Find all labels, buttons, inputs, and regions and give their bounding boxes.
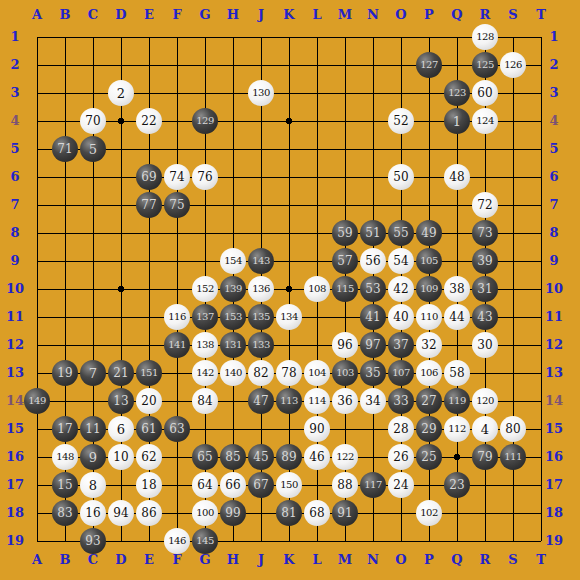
- row-label-left-6: 6: [2, 169, 28, 185]
- stone-O14-move-33[interactable]: 33: [388, 388, 414, 414]
- stone-J16-move-45[interactable]: 45: [248, 444, 274, 470]
- stone-K11-move-134[interactable]: 134: [276, 304, 302, 330]
- stone-N9-move-56[interactable]: 56: [360, 248, 386, 274]
- stone-A14-move-149[interactable]: 149: [24, 388, 50, 414]
- stone-F15-move-63[interactable]: 63: [164, 416, 190, 442]
- stone-K16-move-89[interactable]: 89: [276, 444, 302, 470]
- stone-J11-move-135[interactable]: 135: [248, 304, 274, 330]
- stone-F7-move-75[interactable]: 75: [164, 192, 190, 218]
- stone-Q10-move-38[interactable]: 38: [444, 276, 470, 302]
- stone-G17-move-64[interactable]: 64: [192, 472, 218, 498]
- stone-G14-move-84[interactable]: 84: [192, 388, 218, 414]
- stone-R16-move-79[interactable]: 79: [472, 444, 498, 470]
- stone-D16-move-10[interactable]: 10: [108, 444, 134, 470]
- stone-J14-move-47[interactable]: 47: [248, 388, 274, 414]
- stone-H10-move-139[interactable]: 139: [220, 276, 246, 302]
- row-label-right-11: 11: [541, 309, 567, 325]
- stone-G6-move-76[interactable]: 76: [192, 164, 218, 190]
- row-label-left-16: 16: [2, 449, 28, 465]
- stone-N12-move-97[interactable]: 97: [360, 332, 386, 358]
- col-label-bottom-H: H: [220, 552, 246, 568]
- col-label-bottom-C: C: [80, 552, 106, 568]
- stone-R1-move-128[interactable]: 128: [472, 24, 498, 50]
- stone-E15-move-61[interactable]: 61: [136, 416, 162, 442]
- stone-S16-move-111[interactable]: 111: [500, 444, 526, 470]
- row-label-right-4: 4: [541, 113, 567, 129]
- stone-R10-move-31[interactable]: 31: [472, 276, 498, 302]
- row-label-right-16: 16: [541, 449, 567, 465]
- stone-E4-move-22[interactable]: 22: [136, 108, 162, 134]
- stone-D14-move-13[interactable]: 13: [108, 388, 134, 414]
- col-label-bottom-E: E: [136, 552, 162, 568]
- col-label-top-M: M: [332, 7, 358, 23]
- stone-Q15-move-112[interactable]: 112: [444, 416, 470, 442]
- row-label-left-5: 5: [2, 141, 28, 157]
- stone-B18-move-83[interactable]: 83: [52, 500, 78, 526]
- stone-P9-move-105[interactable]: 105: [416, 248, 442, 274]
- stone-O8-move-55[interactable]: 55: [388, 220, 414, 246]
- stone-C15-move-11[interactable]: 11: [80, 416, 106, 442]
- stone-O9-move-54[interactable]: 54: [388, 248, 414, 274]
- stone-L15-move-90[interactable]: 90: [304, 416, 330, 442]
- stone-Q17-move-23[interactable]: 23: [444, 472, 470, 498]
- col-label-bottom-R: R: [472, 552, 498, 568]
- stone-O16-move-26[interactable]: 26: [388, 444, 414, 470]
- stone-J3-move-130[interactable]: 130: [248, 80, 274, 106]
- row-label-left-7: 7: [2, 197, 28, 213]
- row-label-right-5: 5: [541, 141, 567, 157]
- stone-E18-move-86[interactable]: 86: [136, 500, 162, 526]
- stone-B17-move-15[interactable]: 15: [52, 472, 78, 498]
- col-label-bottom-L: L: [304, 552, 330, 568]
- col-label-top-D: D: [108, 7, 134, 23]
- star-point-D10: [118, 286, 124, 292]
- col-label-top-Q: Q: [444, 7, 470, 23]
- stone-B16-move-148[interactable]: 148: [52, 444, 78, 470]
- col-label-top-G: G: [192, 7, 218, 23]
- row-label-left-15: 15: [2, 421, 28, 437]
- stone-L14-move-114[interactable]: 114: [304, 388, 330, 414]
- row-label-right-14: 14: [541, 393, 567, 409]
- stone-J10-move-136[interactable]: 136: [248, 276, 274, 302]
- stone-E6-move-69[interactable]: 69: [136, 164, 162, 190]
- go-board-diagram: AABBCCDDEEFFGGHHJJKKLLMMNNOOPPQQRRSSTT11…: [0, 0, 580, 580]
- stone-M10-move-115[interactable]: 115: [332, 276, 358, 302]
- row-label-right-9: 9: [541, 253, 567, 269]
- stone-S2-move-126[interactable]: 126: [500, 52, 526, 78]
- row-label-left-3: 3: [2, 85, 28, 101]
- stone-C4-move-70[interactable]: 70: [80, 108, 106, 134]
- col-label-bottom-A: A: [24, 552, 50, 568]
- stone-P13-move-106[interactable]: 106: [416, 360, 442, 386]
- stone-G12-move-138[interactable]: 138: [192, 332, 218, 358]
- row-label-right-7: 7: [541, 197, 567, 213]
- stone-P14-move-27[interactable]: 27: [416, 388, 442, 414]
- stone-R8-move-73[interactable]: 73: [472, 220, 498, 246]
- stone-H13-move-140[interactable]: 140: [220, 360, 246, 386]
- star-point-K4: [286, 118, 292, 124]
- stone-F6-move-74[interactable]: 74: [164, 164, 190, 190]
- stone-K17-move-150[interactable]: 150: [276, 472, 302, 498]
- stone-R4-move-124[interactable]: 124: [472, 108, 498, 134]
- stone-E7-move-77[interactable]: 77: [136, 192, 162, 218]
- col-label-bottom-M: M: [332, 552, 358, 568]
- stone-G18-move-100[interactable]: 100: [192, 500, 218, 526]
- stone-R7-move-72[interactable]: 72: [472, 192, 498, 218]
- col-label-top-T: T: [528, 7, 554, 23]
- stone-B5-move-71[interactable]: 71: [52, 136, 78, 162]
- row-label-left-4: 4: [2, 113, 28, 129]
- stone-L10-move-108[interactable]: 108: [304, 276, 330, 302]
- stone-G19-move-145[interactable]: 145: [192, 528, 218, 554]
- row-label-left-11: 11: [2, 309, 28, 325]
- stone-M9-move-57[interactable]: 57: [332, 248, 358, 274]
- stone-O10-move-42[interactable]: 42: [388, 276, 414, 302]
- stone-C18-move-16[interactable]: 16: [80, 500, 106, 526]
- stone-N11-move-41[interactable]: 41: [360, 304, 386, 330]
- stone-J17-move-67[interactable]: 67: [248, 472, 274, 498]
- row-label-right-6: 6: [541, 169, 567, 185]
- stone-N13-move-35[interactable]: 35: [360, 360, 386, 386]
- stone-E16-move-62[interactable]: 62: [136, 444, 162, 470]
- stone-B13-move-19[interactable]: 19: [52, 360, 78, 386]
- stone-Q6-move-48[interactable]: 48: [444, 164, 470, 190]
- stone-N8-move-51[interactable]: 51: [360, 220, 386, 246]
- stone-G11-move-137[interactable]: 137: [192, 304, 218, 330]
- row-label-right-3: 3: [541, 85, 567, 101]
- stone-L18-move-68[interactable]: 68: [304, 500, 330, 526]
- col-label-top-L: L: [304, 7, 330, 23]
- stone-D18-move-94[interactable]: 94: [108, 500, 134, 526]
- stone-O15-move-28[interactable]: 28: [388, 416, 414, 442]
- stone-C13-move-7[interactable]: 7: [80, 360, 106, 386]
- col-label-top-C: C: [80, 7, 106, 23]
- stone-M13-move-103[interactable]: 103: [332, 360, 358, 386]
- stone-P8-move-49[interactable]: 49: [416, 220, 442, 246]
- col-label-bottom-F: F: [164, 552, 190, 568]
- col-label-top-F: F: [164, 7, 190, 23]
- stone-L16-move-46[interactable]: 46: [304, 444, 330, 470]
- stone-N17-move-117[interactable]: 117: [360, 472, 386, 498]
- col-label-bottom-B: B: [52, 552, 78, 568]
- star-point-D4: [118, 118, 124, 124]
- col-label-bottom-Q: Q: [444, 552, 470, 568]
- col-label-top-H: H: [220, 7, 246, 23]
- row-label-right-15: 15: [541, 421, 567, 437]
- stone-F19-move-146[interactable]: 146: [164, 528, 190, 554]
- stone-E14-move-20[interactable]: 20: [136, 388, 162, 414]
- col-label-top-A: A: [24, 7, 50, 23]
- row-label-left-9: 9: [2, 253, 28, 269]
- stone-H17-move-66[interactable]: 66: [220, 472, 246, 498]
- col-label-top-K: K: [276, 7, 302, 23]
- row-label-left-19: 19: [2, 533, 28, 549]
- stone-R11-move-43[interactable]: 43: [472, 304, 498, 330]
- col-label-bottom-O: O: [388, 552, 414, 568]
- stone-D15-move-6[interactable]: 6: [108, 416, 134, 442]
- stone-P11-move-110[interactable]: 110: [416, 304, 442, 330]
- stone-Q14-move-119[interactable]: 119: [444, 388, 470, 414]
- row-label-left-1: 1: [2, 29, 28, 45]
- stone-O6-move-50[interactable]: 50: [388, 164, 414, 190]
- col-label-top-R: R: [472, 7, 498, 23]
- stone-H12-move-131[interactable]: 131: [220, 332, 246, 358]
- stone-P18-move-102[interactable]: 102: [416, 500, 442, 526]
- row-label-right-19: 19: [541, 533, 567, 549]
- stone-L13-move-104[interactable]: 104: [304, 360, 330, 386]
- stone-M18-move-91[interactable]: 91: [332, 500, 358, 526]
- col-label-bottom-S: S: [500, 552, 526, 568]
- stone-R15-move-4[interactable]: 4: [472, 416, 498, 442]
- row-label-right-2: 2: [541, 57, 567, 73]
- col-label-bottom-D: D: [108, 552, 134, 568]
- row-label-left-18: 18: [2, 505, 28, 521]
- col-label-top-O: O: [388, 7, 414, 23]
- star-point-Q16: [454, 454, 460, 460]
- stone-N10-move-53[interactable]: 53: [360, 276, 386, 302]
- row-label-right-10: 10: [541, 281, 567, 297]
- stone-D13-move-21[interactable]: 21: [108, 360, 134, 386]
- stone-M12-move-96[interactable]: 96: [332, 332, 358, 358]
- stone-C17-move-8[interactable]: 8: [80, 472, 106, 498]
- stone-H16-move-85[interactable]: 85: [220, 444, 246, 470]
- stone-P2-move-127[interactable]: 127: [416, 52, 442, 78]
- row-label-left-13: 13: [2, 365, 28, 381]
- stone-E17-move-18[interactable]: 18: [136, 472, 162, 498]
- stone-Q11-move-44[interactable]: 44: [444, 304, 470, 330]
- col-label-top-J: J: [248, 7, 274, 23]
- col-label-top-S: S: [500, 7, 526, 23]
- row-label-left-17: 17: [2, 477, 28, 493]
- stone-D3-move-2[interactable]: 2: [108, 80, 134, 106]
- row-label-left-10: 10: [2, 281, 28, 297]
- stone-J12-move-133[interactable]: 133: [248, 332, 274, 358]
- stone-P16-move-25[interactable]: 25: [416, 444, 442, 470]
- stone-P10-move-109[interactable]: 109: [416, 276, 442, 302]
- row-label-left-2: 2: [2, 57, 28, 73]
- col-label-bottom-P: P: [416, 552, 442, 568]
- stone-C19-move-93[interactable]: 93: [80, 528, 106, 554]
- row-label-left-12: 12: [2, 337, 28, 353]
- stone-G13-move-142[interactable]: 142: [192, 360, 218, 386]
- stone-J13-move-82[interactable]: 82: [248, 360, 274, 386]
- stone-S15-move-80[interactable]: 80: [500, 416, 526, 442]
- stone-M14-move-36[interactable]: 36: [332, 388, 358, 414]
- stone-Q13-move-58[interactable]: 58: [444, 360, 470, 386]
- stone-K14-move-113[interactable]: 113: [276, 388, 302, 414]
- stone-G16-move-65[interactable]: 65: [192, 444, 218, 470]
- stone-O12-move-37[interactable]: 37: [388, 332, 414, 358]
- stone-E13-move-151[interactable]: 151: [136, 360, 162, 386]
- row-label-left-8: 8: [2, 225, 28, 241]
- stone-N14-move-34[interactable]: 34: [360, 388, 386, 414]
- stone-H9-move-154[interactable]: 154: [220, 248, 246, 274]
- row-label-right-17: 17: [541, 477, 567, 493]
- stone-O13-move-107[interactable]: 107: [388, 360, 414, 386]
- stone-C16-move-9[interactable]: 9: [80, 444, 106, 470]
- stone-F12-move-141[interactable]: 141: [164, 332, 190, 358]
- col-label-bottom-J: J: [248, 552, 274, 568]
- stone-M17-move-88[interactable]: 88: [332, 472, 358, 498]
- stone-K18-move-81[interactable]: 81: [276, 500, 302, 526]
- stone-Q3-move-123[interactable]: 123: [444, 80, 470, 106]
- stone-R14-move-120[interactable]: 120: [472, 388, 498, 414]
- col-label-top-E: E: [136, 7, 162, 23]
- stone-M16-move-122[interactable]: 122: [332, 444, 358, 470]
- stone-R2-move-125[interactable]: 125: [472, 52, 498, 78]
- stone-Q4-move-1[interactable]: 1: [444, 108, 470, 134]
- row-label-right-18: 18: [541, 505, 567, 521]
- stone-H18-move-99[interactable]: 99: [220, 500, 246, 526]
- stone-G10-move-152[interactable]: 152: [192, 276, 218, 302]
- col-label-bottom-T: T: [528, 552, 554, 568]
- col-label-bottom-G: G: [192, 552, 218, 568]
- stone-F11-move-116[interactable]: 116: [164, 304, 190, 330]
- stone-B15-move-17[interactable]: 17: [52, 416, 78, 442]
- star-point-K10: [286, 286, 292, 292]
- stone-R9-move-39[interactable]: 39: [472, 248, 498, 274]
- stone-G4-move-129[interactable]: 129: [192, 108, 218, 134]
- row-label-right-8: 8: [541, 225, 567, 241]
- col-label-top-B: B: [52, 7, 78, 23]
- stone-R3-move-60[interactable]: 60: [472, 80, 498, 106]
- col-label-bottom-K: K: [276, 552, 302, 568]
- stone-O4-move-52[interactable]: 52: [388, 108, 414, 134]
- stone-J9-move-143[interactable]: 143: [248, 248, 274, 274]
- stone-O11-move-40[interactable]: 40: [388, 304, 414, 330]
- col-label-top-P: P: [416, 7, 442, 23]
- stone-P15-move-29[interactable]: 29: [416, 416, 442, 442]
- col-label-bottom-N: N: [360, 552, 386, 568]
- stone-H11-move-153[interactable]: 153: [220, 304, 246, 330]
- stone-P12-move-32[interactable]: 32: [416, 332, 442, 358]
- row-label-right-1: 1: [541, 29, 567, 45]
- row-label-right-12: 12: [541, 337, 567, 353]
- stone-C5-move-5[interactable]: 5: [80, 136, 106, 162]
- row-label-right-13: 13: [541, 365, 567, 381]
- col-label-top-N: N: [360, 7, 386, 23]
- stone-M8-move-59[interactable]: 59: [332, 220, 358, 246]
- stone-O17-move-24[interactable]: 24: [388, 472, 414, 498]
- stone-K13-move-78[interactable]: 78: [276, 360, 302, 386]
- stone-R12-move-30[interactable]: 30: [472, 332, 498, 358]
